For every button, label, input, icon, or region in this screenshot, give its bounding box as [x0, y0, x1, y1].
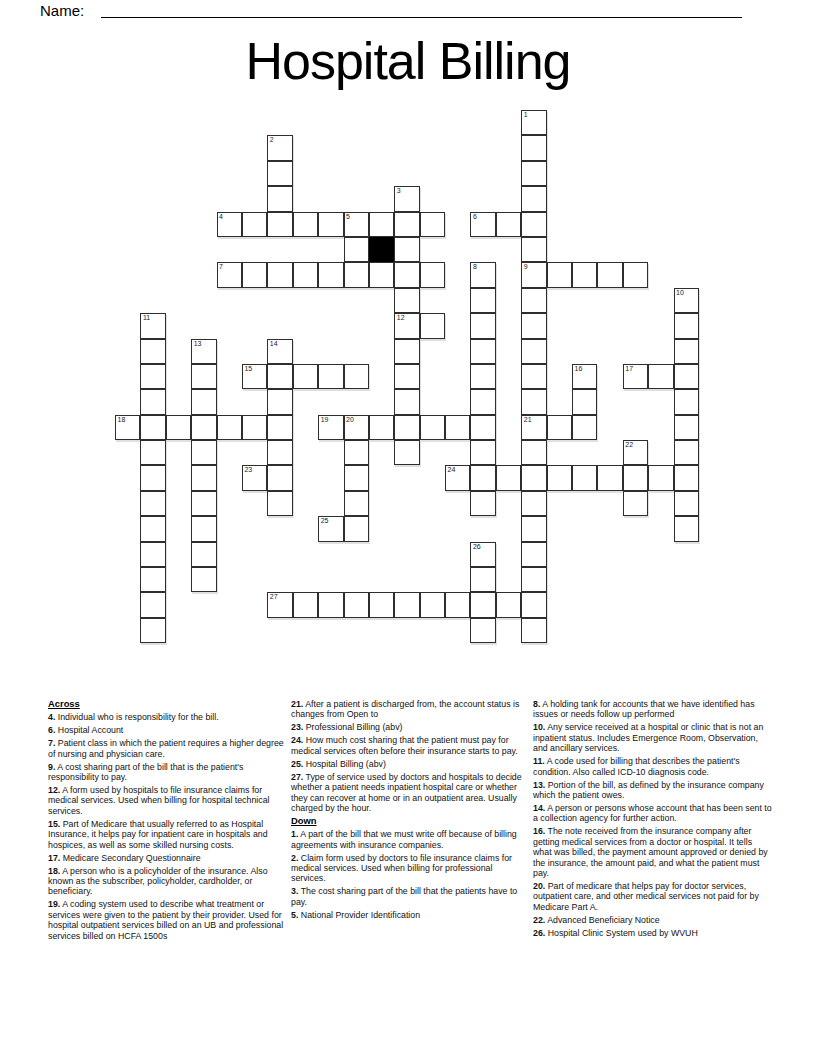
grid-cell-c6r19[interactable]: 27: [267, 592, 292, 617]
grid-cell-c13r12[interactable]: [445, 415, 470, 440]
clue-down-26: 26. Hospital Clinic System used by WVUH: [533, 928, 773, 938]
grid-cell-c6r1[interactable]: 2: [267, 135, 292, 160]
grid-cell-c19r6[interactable]: [597, 262, 622, 287]
grid-cell-c16r16[interactable]: [521, 516, 546, 541]
clue-down-20: 20. Part of medicare that helps pay for …: [533, 881, 773, 912]
grid-cell-c14r10[interactable]: [470, 364, 495, 389]
grid-cell-c1r8[interactable]: 11: [140, 313, 165, 338]
grid-cell-c18r12[interactable]: [572, 415, 597, 440]
grid-cell-c14r8[interactable]: [470, 313, 495, 338]
grid-cell-c19r14[interactable]: [597, 465, 622, 490]
grid-cell-c9r15[interactable]: [344, 491, 369, 516]
grid-cell-c1r16[interactable]: [140, 516, 165, 541]
clue-across-23: 23. Professional Billing (abv): [291, 722, 529, 732]
grid-cell-c1r15[interactable]: [140, 491, 165, 516]
cell-number-9: 9: [524, 263, 528, 271]
grid-cell-c7r6[interactable]: [293, 262, 318, 287]
grid-cell-c11r11[interactable]: [394, 389, 419, 414]
clue-number: 19.: [48, 899, 60, 909]
grid-cell-c16r20[interactable]: [521, 618, 546, 643]
grid-cell-c12r8[interactable]: [420, 313, 445, 338]
clue-down-2: 2. Claim form used by doctors to file in…: [291, 853, 529, 884]
grid-cell-c16r7[interactable]: [521, 288, 546, 313]
grid-cell-c13r19[interactable]: [445, 592, 470, 617]
cell-number-8: 8: [473, 263, 477, 271]
clue-number: 2.: [291, 853, 298, 863]
cell-number-13: 13: [194, 340, 202, 348]
grid-cell-c18r11[interactable]: [572, 389, 597, 414]
grid-cell-c9r5[interactable]: [344, 237, 369, 262]
grid-cell-c1r19[interactable]: [140, 592, 165, 617]
clue-down-1: 1. A part of the bill that we must write…: [291, 829, 529, 850]
cell-number-19: 19: [321, 416, 329, 424]
grid-cell-c16r6[interactable]: 9: [521, 262, 546, 287]
clue-column-1: Across4. Individual who is responsibilit…: [48, 699, 286, 944]
grid-cell-c22r16[interactable]: [674, 516, 699, 541]
grid-cell-c8r19[interactable]: [318, 592, 343, 617]
cell-number-18: 18: [118, 416, 126, 424]
grid-cell-c15r4[interactable]: [496, 212, 521, 237]
grid-cell-c1r11[interactable]: [140, 389, 165, 414]
grid-cell-c10r19[interactable]: [369, 592, 394, 617]
grid-cell-c3r9[interactable]: 13: [191, 339, 216, 364]
clue-across-24: 24. How much cost sharing that the patie…: [291, 735, 529, 756]
grid-cell-c0r12[interactable]: 18: [115, 415, 140, 440]
cell-number-26: 26: [473, 543, 481, 551]
grid-cell-c10r12[interactable]: [369, 415, 394, 440]
across-header: Across: [48, 699, 286, 710]
grid-cell-c8r6[interactable]: [318, 262, 343, 287]
grid-cell-c22r10[interactable]: [674, 364, 699, 389]
grid-cell-c22r14[interactable]: [674, 465, 699, 490]
clue-number: 11.: [533, 756, 545, 766]
grid-cell-c6r11[interactable]: [267, 389, 292, 414]
grid-cell-c7r10[interactable]: [293, 364, 318, 389]
grid-cell-c8r16[interactable]: 25: [318, 516, 343, 541]
grid-cell-c6r2[interactable]: [267, 161, 292, 186]
grid-cell-c11r6[interactable]: [394, 262, 419, 287]
grid-cell-c17r12[interactable]: [547, 415, 572, 440]
clue-across-7: 7. Patient class in which the patient re…: [48, 738, 286, 759]
grid-cell-c3r18[interactable]: [191, 567, 216, 592]
grid-cell-c16r14[interactable]: [521, 465, 546, 490]
grid-cell-c16r2[interactable]: [521, 161, 546, 186]
grid-cell-c18r6[interactable]: [572, 262, 597, 287]
clue-number: 18.: [48, 866, 60, 876]
clue-number: 22.: [533, 915, 545, 925]
cell-number-2: 2: [270, 136, 274, 144]
cell-number-1: 1: [524, 111, 528, 119]
clue-number: 12.: [48, 785, 60, 795]
grid-cell-c10r6[interactable]: [369, 262, 394, 287]
clue-across-12: 12. A form used by hospitals to file ins…: [48, 785, 286, 816]
clue-across-19: 19. A coding system used to describe wha…: [48, 899, 286, 941]
cell-number-27: 27: [270, 593, 278, 601]
grid-cell-c14r20[interactable]: [470, 618, 495, 643]
cell-number-6: 6: [473, 213, 477, 221]
grid-cell-c1r17[interactable]: [140, 542, 165, 567]
grid-cell-c16r4[interactable]: [521, 212, 546, 237]
grid-cell-c18r14[interactable]: [572, 465, 597, 490]
grid-cell-c12r4[interactable]: [420, 212, 445, 237]
grid-cell-c9r4[interactable]: 5: [344, 212, 369, 237]
grid-cell-c16r10[interactable]: [521, 364, 546, 389]
grid-cell-c16r8[interactable]: [521, 313, 546, 338]
clue-number: 24.: [291, 735, 303, 745]
cell-number-10: 10: [676, 289, 684, 297]
clue-across-18: 18. A person who is a policyholder of th…: [48, 866, 286, 897]
clue-number: 17.: [48, 853, 60, 863]
grid-cell-c16r13[interactable]: [521, 440, 546, 465]
grid-cell-c3r16[interactable]: [191, 516, 216, 541]
grid-cell-c3r14[interactable]: [191, 465, 216, 490]
clue-number: 5.: [291, 910, 298, 920]
grid-cell-c11r8[interactable]: 12: [394, 313, 419, 338]
grid-cell-c8r12[interactable]: 19: [318, 415, 343, 440]
grid-cell-c14r7[interactable]: [470, 288, 495, 313]
clue-number: 25.: [291, 759, 303, 769]
grid-cell-c7r4[interactable]: [293, 212, 318, 237]
clue-number: 9.: [48, 762, 55, 772]
grid-cell-c9r16[interactable]: [344, 516, 369, 541]
clue-column-3: 8. A holding tank for accounts that we h…: [533, 699, 773, 941]
grid-cell-c21r14[interactable]: [648, 465, 673, 490]
cell-number-17: 17: [625, 365, 633, 373]
grid-cell-c2r12[interactable]: [166, 415, 191, 440]
cell-number-20: 20: [346, 416, 354, 424]
grid-cell-c6r12[interactable]: [267, 415, 292, 440]
clue-down-8: 8. A holding tank for accounts that we h…: [533, 699, 773, 720]
grid-cell-c9r10[interactable]: [344, 364, 369, 389]
grid-cell-c3r15[interactable]: [191, 491, 216, 516]
grid-cell-c14r11[interactable]: [470, 389, 495, 414]
cell-number-22: 22: [625, 441, 633, 449]
clue-across-21: 21. After a patient is discharged from, …: [291, 699, 529, 720]
grid-cell-c16r12[interactable]: 21: [521, 415, 546, 440]
clue-number: 15.: [48, 819, 60, 829]
grid-cell-c11r4[interactable]: [394, 212, 419, 237]
clue-number: 20.: [533, 881, 545, 891]
grid-cell-c10r4[interactable]: [369, 212, 394, 237]
grid-cell-c8r10[interactable]: [318, 364, 343, 389]
grid-cell-c16r1[interactable]: [521, 135, 546, 160]
clue-number: 1.: [291, 829, 298, 839]
clue-number: 6.: [48, 725, 55, 735]
grid-cell-c22r9[interactable]: [674, 339, 699, 364]
grid-cell-c14r14[interactable]: [470, 465, 495, 490]
grid-cell-c20r6[interactable]: [623, 262, 648, 287]
grid-cell-c11r7[interactable]: [394, 288, 419, 313]
grid-cell-c16r5[interactable]: [521, 237, 546, 262]
grid-cell-c3r11[interactable]: [191, 389, 216, 414]
grid-cell-c6r3[interactable]: [267, 186, 292, 211]
clue-number: 23.: [291, 722, 303, 732]
grid-cell-c1r13[interactable]: [140, 440, 165, 465]
grid-cell-c22r11[interactable]: [674, 389, 699, 414]
grid-cell-c16r19[interactable]: [521, 592, 546, 617]
grid-cell-c14r17[interactable]: 26: [470, 542, 495, 567]
grid-cell-c18r10[interactable]: 16: [572, 364, 597, 389]
cell-number-15: 15: [244, 365, 252, 373]
grid-cell-c1r9[interactable]: [140, 339, 165, 364]
grid-cell-c12r19[interactable]: [420, 592, 445, 617]
grid-cell-c13r14[interactable]: 24: [445, 465, 470, 490]
grid-cell-c4r4[interactable]: 4: [217, 212, 242, 237]
cell-number-12: 12: [397, 314, 405, 322]
clue-down-5: 5. National Provider Identification: [291, 910, 529, 920]
grid-cell-c16r17[interactable]: [521, 542, 546, 567]
grid-cell-c9r19[interactable]: [344, 592, 369, 617]
grid-cell-c6r4[interactable]: [267, 212, 292, 237]
cell-number-7: 7: [219, 263, 223, 271]
grid-cell-c5r14[interactable]: 23: [242, 465, 267, 490]
black-cell-c10r5: [369, 237, 394, 262]
cell-number-24: 24: [448, 466, 456, 474]
grid-cell-c6r9[interactable]: 14: [267, 339, 292, 364]
clue-number: 27.: [291, 772, 303, 782]
grid-cell-c6r15[interactable]: [267, 491, 292, 516]
grid-cell-c6r13[interactable]: [267, 440, 292, 465]
grid-cell-c20r15[interactable]: [623, 491, 648, 516]
grid-cell-c11r19[interactable]: [394, 592, 419, 617]
grid-cell-c9r13[interactable]: [344, 440, 369, 465]
cell-number-21: 21: [524, 416, 532, 424]
clue-across-15: 15. Part of Medicare that usually referr…: [48, 819, 286, 850]
clue-number: 10.: [533, 722, 545, 732]
crossword-grid: 1234567891011121314151617181920212223242…: [115, 110, 699, 643]
grid-cell-c21r10[interactable]: [648, 364, 673, 389]
grid-cell-c17r6[interactable]: [547, 262, 572, 287]
grid-cell-c14r18[interactable]: [470, 567, 495, 592]
grid-cell-c12r6[interactable]: [420, 262, 445, 287]
grid-cell-c6r6[interactable]: [267, 262, 292, 287]
grid-cell-c1r14[interactable]: [140, 465, 165, 490]
clue-down-13: 13. Portion of the bill, as defined by t…: [533, 780, 773, 801]
grid-cell-c16r18[interactable]: [521, 567, 546, 592]
grid-cell-c1r10[interactable]: [140, 364, 165, 389]
clue-across-27: 27. Type of service used by doctors and …: [291, 772, 529, 814]
grid-cell-c12r12[interactable]: [420, 415, 445, 440]
grid-cell-c1r20[interactable]: [140, 618, 165, 643]
grid-cell-c14r13[interactable]: [470, 440, 495, 465]
grid-cell-c16r11[interactable]: [521, 389, 546, 414]
clue-number: 14.: [533, 803, 545, 813]
clue-number: 4.: [48, 712, 55, 722]
clue-number: 16.: [533, 826, 545, 836]
clue-across-6: 6. Hospital Account: [48, 725, 286, 735]
grid-cell-c20r10[interactable]: 17: [623, 364, 648, 389]
grid-cell-c22r8[interactable]: [674, 313, 699, 338]
grid-cell-c11r3[interactable]: 3: [394, 186, 419, 211]
grid-cell-c14r6[interactable]: 8: [470, 262, 495, 287]
clue-across-4: 4. Individual who is responsibility for …: [48, 712, 286, 722]
clue-number: 21.: [291, 699, 303, 709]
grid-cell-c14r4[interactable]: 6: [470, 212, 495, 237]
clue-down-11: 11. A code used for billing that describ…: [533, 756, 773, 777]
grid-cell-c11r10[interactable]: [394, 364, 419, 389]
cell-number-23: 23: [244, 466, 252, 474]
grid-cell-c11r12[interactable]: [394, 415, 419, 440]
cell-number-3: 3: [397, 187, 401, 195]
grid-cell-c22r13[interactable]: [674, 440, 699, 465]
grid-cell-c5r10[interactable]: 15: [242, 364, 267, 389]
grid-cell-c6r14[interactable]: [267, 465, 292, 490]
clue-number: 8.: [533, 699, 540, 709]
clue-number: 13.: [533, 780, 545, 790]
grid-cell-c5r12[interactable]: [242, 415, 267, 440]
grid-cell-c9r6[interactable]: [344, 262, 369, 287]
grid-cell-c3r17[interactable]: [191, 542, 216, 567]
grid-cell-c3r10[interactable]: [191, 364, 216, 389]
clue-number: 7.: [48, 738, 55, 748]
clue-across-17: 17. Medicare Secondary Questionnaire: [48, 853, 286, 863]
grid-cell-c14r12[interactable]: [470, 415, 495, 440]
grid-cell-c15r19[interactable]: [496, 592, 521, 617]
clue-down-3: 3. The cost sharing part of the bill tha…: [291, 886, 529, 907]
grid-cell-c22r12[interactable]: [674, 415, 699, 440]
grid-cell-c15r14[interactable]: [496, 465, 521, 490]
cell-number-14: 14: [270, 340, 278, 348]
grid-cell-c17r14[interactable]: [547, 465, 572, 490]
name-blank-line[interactable]: [101, 0, 742, 18]
grid-cell-c1r18[interactable]: [140, 567, 165, 592]
clue-across-25: 25. Hospital Billing (abv): [291, 759, 529, 769]
grid-cell-c20r13[interactable]: 22: [623, 440, 648, 465]
grid-cell-c16r15[interactable]: [521, 491, 546, 516]
grid-cell-c8r4[interactable]: [318, 212, 343, 237]
grid-cell-c16r0[interactable]: 1: [521, 110, 546, 135]
grid-cell-c11r13[interactable]: [394, 440, 419, 465]
clue-across-9: 9. A cost sharing part of the bill that …: [48, 762, 286, 783]
grid-cell-c22r7[interactable]: 10: [674, 288, 699, 313]
grid-cell-c16r9[interactable]: [521, 339, 546, 364]
clue-down-16: 16. The note received from the insurance…: [533, 826, 773, 878]
cell-number-16: 16: [575, 365, 583, 373]
clue-number: 3.: [291, 886, 298, 896]
grid-cell-c6r10[interactable]: [267, 364, 292, 389]
grid-cell-c20r14[interactable]: [623, 465, 648, 490]
grid-cell-c4r6[interactable]: 7: [217, 262, 242, 287]
grid-cell-c7r19[interactable]: [293, 592, 318, 617]
grid-cell-c11r5[interactable]: [394, 237, 419, 262]
grid-cell-c22r15[interactable]: [674, 491, 699, 516]
cell-number-25: 25: [321, 517, 329, 525]
grid-cell-c9r12[interactable]: 20: [344, 415, 369, 440]
page-title: Hospital Billing: [0, 31, 816, 91]
cell-number-4: 4: [219, 213, 223, 221]
clue-number: 26.: [533, 928, 545, 938]
crossword-page: { "game": "crossword", "title": "Hospita…: [0, 0, 816, 1056]
grid-cell-c1r12[interactable]: [140, 415, 165, 440]
grid-cell-c3r13[interactable]: [191, 440, 216, 465]
grid-cell-c14r15[interactable]: [470, 491, 495, 516]
grid-cell-c11r9[interactable]: [394, 339, 419, 364]
cell-number-5: 5: [346, 213, 350, 221]
name-label: Name:: [40, 2, 84, 19]
clue-down-14: 14. A person or persons whose account th…: [533, 803, 773, 824]
grid-cell-c3r12[interactable]: [191, 415, 216, 440]
grid-cell-c14r9[interactable]: [470, 339, 495, 364]
grid-cell-c9r14[interactable]: [344, 465, 369, 490]
down-header: Down: [291, 816, 529, 827]
clue-down-22: 22. Advanced Beneficiary Notice: [533, 915, 773, 925]
grid-cell-c4r12[interactable]: [217, 415, 242, 440]
grid-cell-c5r4[interactable]: [242, 212, 267, 237]
clue-column-2: 21. After a patient is discharged from, …: [291, 699, 529, 923]
grid-cell-c14r19[interactable]: [470, 592, 495, 617]
cell-number-11: 11: [143, 314, 150, 322]
grid-cell-c5r6[interactable]: [242, 262, 267, 287]
clue-down-10: 10. Any service received at a hospital o…: [533, 722, 773, 753]
grid-cell-c16r3[interactable]: [521, 186, 546, 211]
